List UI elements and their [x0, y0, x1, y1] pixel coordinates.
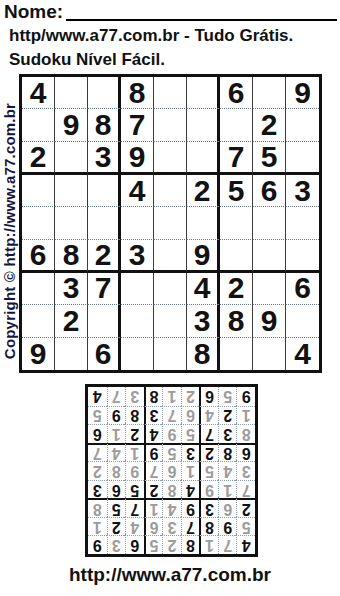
solution-cell-r1c6: 5	[144, 535, 163, 554]
solution-cell-r4c8: 6	[107, 480, 126, 499]
solution-cell-r4c3: 9	[199, 480, 218, 499]
cell-r8c5	[154, 305, 187, 337]
cell-r1c3	[88, 77, 121, 109]
solution-cell-r3c2: 6	[218, 498, 237, 517]
name-label: Nome:	[4, 2, 63, 21]
cell-r3c1: 2	[22, 142, 55, 175]
cell-r7c6: 4	[187, 273, 220, 305]
solution-cell-r9c1: 9	[236, 387, 255, 406]
solution-cell-r6c9: 7	[88, 443, 107, 462]
cell-r9c7	[220, 338, 253, 370]
cell-r1c1: 4	[22, 77, 55, 109]
solution-grid-rotated: 4718256395987364212639417587194825633451…	[85, 384, 258, 557]
solution-cell-r9c3: 6	[199, 387, 218, 406]
cell-r1c4: 8	[121, 77, 154, 109]
solution-cell-r3c4: 9	[181, 498, 200, 517]
cell-r4c2	[55, 175, 88, 207]
cell-r1c7: 6	[220, 77, 253, 109]
name-blank-line	[66, 2, 337, 21]
solution-cell-r9c6: 8	[144, 387, 163, 406]
cell-r1c2	[55, 77, 88, 109]
cell-r4c3	[88, 175, 121, 207]
cell-r9c4	[121, 338, 154, 370]
solution-cell-r1c4: 8	[181, 535, 200, 554]
solution-cell-r7c1: 8	[236, 424, 255, 443]
solution-cell-r8c5: 7	[162, 406, 181, 425]
cell-r4c5	[154, 175, 187, 207]
cell-r4c9: 3	[286, 175, 319, 207]
solution-cell-r4c4: 4	[181, 480, 200, 499]
solution-cell-r7c9: 6	[88, 424, 107, 443]
solution-cell-r4c9: 3	[88, 480, 107, 499]
cell-r2c4: 7	[121, 109, 154, 141]
solution-cell-r2c5: 3	[162, 517, 181, 536]
solution-cell-r5c1: 3	[236, 461, 255, 480]
cell-r6c6: 9	[187, 240, 220, 273]
solution-cell-r9c4: 2	[181, 387, 200, 406]
cell-r8c7: 8	[220, 305, 253, 337]
solution-cell-r3c8: 5	[107, 498, 126, 517]
cell-r7c1	[22, 273, 55, 305]
solution-cell-r9c7: 3	[125, 387, 144, 406]
cell-r7c7: 2	[220, 273, 253, 305]
cell-r1c9: 9	[286, 77, 319, 109]
copyright-vertical-text: Copyright © http://www.a77.com.br	[1, 103, 18, 359]
name-row: Nome:	[4, 2, 337, 21]
cell-r8c3	[88, 305, 121, 337]
cell-r4c1	[22, 175, 55, 207]
solution-cell-r6c3: 2	[199, 443, 218, 462]
cell-r6c2: 8	[55, 240, 88, 273]
solution-cell-r8c7: 8	[125, 406, 144, 425]
solution-cell-r1c5: 2	[162, 535, 181, 554]
solution-cell-r1c3: 1	[199, 535, 218, 554]
solution-cell-r6c2: 8	[218, 443, 237, 462]
cell-r3c7: 7	[220, 142, 253, 175]
cell-r3c8: 5	[253, 142, 286, 175]
cell-r6c7	[220, 240, 253, 273]
solution-cell-r3c7: 7	[125, 498, 144, 517]
cell-r1c8	[253, 77, 286, 109]
site-line: http/www.a77.com.br - Tudo Grátis.	[9, 26, 293, 46]
cell-r3c5	[154, 142, 187, 175]
solution-cell-r5c5: 6	[162, 461, 181, 480]
cell-r3c2	[55, 142, 88, 175]
solution-cell-r8c6: 3	[144, 406, 163, 425]
cell-r2c2: 9	[55, 109, 88, 141]
solution-cell-r9c9: 4	[88, 387, 107, 406]
cell-r3c4: 9	[121, 142, 154, 175]
solution-cell-r7c6: 4	[144, 424, 163, 443]
solution-cell-r4c7: 5	[125, 480, 144, 499]
solution-cell-r8c4: 6	[181, 406, 200, 425]
solution-cell-r7c5: 9	[162, 424, 181, 443]
cell-r8c2: 2	[55, 305, 88, 337]
solution-cell-r1c1: 4	[236, 535, 255, 554]
cell-r7c3: 7	[88, 273, 121, 305]
cell-r8c6: 3	[187, 305, 220, 337]
cell-r6c5	[154, 240, 187, 273]
cell-r9c2	[55, 338, 88, 370]
cell-r5c6	[187, 207, 220, 239]
solution-cell-r2c2: 9	[218, 517, 237, 536]
cell-r4c6: 2	[187, 175, 220, 207]
cell-r6c8	[253, 240, 286, 273]
solution-cell-r2c8: 2	[107, 517, 126, 536]
solution-cell-r6c6: 9	[144, 443, 163, 462]
cell-r2c3: 8	[88, 109, 121, 141]
solution-cell-r8c8: 9	[107, 406, 126, 425]
cell-r5c9	[286, 207, 319, 239]
cell-r5c3	[88, 207, 121, 239]
footer-url: http://www.a77.com.br	[0, 564, 340, 586]
cell-r2c9	[286, 109, 319, 141]
solution-cell-r5c9: 2	[88, 461, 107, 480]
solution-cell-r9c5: 1	[162, 387, 181, 406]
cell-r5c5	[154, 207, 187, 239]
solution-cell-r1c9: 9	[88, 535, 107, 554]
solution-cell-r5c8: 8	[107, 461, 126, 480]
cell-r7c2: 3	[55, 273, 88, 305]
solution-cell-r7c4: 5	[181, 424, 200, 443]
cell-r6c9	[286, 240, 319, 273]
cell-r5c7	[220, 207, 253, 239]
solution-cell-r7c8: 1	[107, 424, 126, 443]
cell-r6c4: 3	[121, 240, 154, 273]
solution-cell-r3c1: 2	[236, 498, 255, 517]
cell-r9c5	[154, 338, 187, 370]
difficulty-title: Sudoku Nível Fácil.	[9, 50, 165, 70]
solution-cell-r6c5: 5	[162, 443, 181, 462]
solution-cell-r3c3: 3	[199, 498, 218, 517]
cell-r3c3: 3	[88, 142, 121, 175]
solution-cell-r4c1: 7	[236, 480, 255, 499]
cell-r5c2	[55, 207, 88, 239]
solution-cell-r5c7: 9	[125, 461, 144, 480]
solution-cell-r1c8: 3	[107, 535, 126, 554]
cell-r5c1	[22, 207, 55, 239]
solution-cell-r6c1: 6	[236, 443, 255, 462]
solution-cell-r8c2: 2	[218, 406, 237, 425]
solution-cell-r8c1: 1	[236, 406, 255, 425]
solution-cell-r1c7: 6	[125, 535, 144, 554]
cell-r6c1: 6	[22, 240, 55, 273]
solution-cell-r3c5: 4	[162, 498, 181, 517]
cell-r2c5	[154, 109, 187, 141]
cell-r8c8: 9	[253, 305, 286, 337]
cell-r1c5	[154, 77, 187, 109]
cell-r7c8	[253, 273, 286, 305]
solution-cell-r8c3: 4	[199, 406, 218, 425]
cell-r7c5	[154, 273, 187, 305]
cell-r6c3: 2	[88, 240, 121, 273]
cell-r2c7	[220, 109, 253, 141]
solution-cell-r1c2: 7	[218, 535, 237, 554]
cell-r2c8: 2	[253, 109, 286, 141]
solution-cell-r6c7: 1	[125, 443, 144, 462]
solution-cell-r8c9: 5	[88, 406, 107, 425]
solution-cell-r2c7: 4	[125, 517, 144, 536]
solution-cell-r4c2: 1	[218, 480, 237, 499]
cell-r8c1	[22, 305, 55, 337]
cell-r4c8: 6	[253, 175, 286, 207]
cell-r9c6: 8	[187, 338, 220, 370]
cell-r8c4	[121, 305, 154, 337]
solution-cell-r6c4: 3	[181, 443, 200, 462]
cell-r9c9: 4	[286, 338, 319, 370]
cell-r8c9	[286, 305, 319, 337]
solution-cell-r4c5: 8	[162, 480, 181, 499]
cell-r7c9: 6	[286, 273, 319, 305]
cell-r9c3: 6	[88, 338, 121, 370]
solution-cell-r7c3: 7	[199, 424, 218, 443]
cell-r5c4	[121, 207, 154, 239]
solution-cell-r4c6: 2	[144, 480, 163, 499]
sudoku-worksheet-page: Nome: http/www.a77.com.br - Tudo Grátis.…	[0, 0, 340, 596]
solution-cell-r7c2: 3	[218, 424, 237, 443]
solution-cell-r2c1: 5	[236, 517, 255, 536]
solution-cell-r2c3: 8	[199, 517, 218, 536]
cell-r3c6	[187, 142, 220, 175]
solution-cell-r6c8: 4	[107, 443, 126, 462]
solution-cell-r2c9: 1	[88, 517, 107, 536]
solution-cell-r2c4: 7	[181, 517, 200, 536]
solution-cell-r5c4: 1	[181, 461, 200, 480]
sudoku-grid: 486998722397542563682393742623899684	[19, 74, 322, 373]
cell-r4c7: 5	[220, 175, 253, 207]
solution-cell-r9c8: 7	[107, 387, 126, 406]
cell-r5c8	[253, 207, 286, 239]
solution-cell-r5c6: 7	[144, 461, 163, 480]
cell-r3c9	[286, 142, 319, 175]
solution-cell-r7c7: 2	[125, 424, 144, 443]
cell-r1c6	[187, 77, 220, 109]
solution-cell-r3c6: 1	[144, 498, 163, 517]
cell-r7c4	[121, 273, 154, 305]
cell-r9c8	[253, 338, 286, 370]
cell-r2c1	[22, 109, 55, 141]
solution-cell-r5c3: 5	[199, 461, 218, 480]
cell-r2c6	[187, 109, 220, 141]
solution-cell-r9c2: 5	[218, 387, 237, 406]
cell-r4c4: 4	[121, 175, 154, 207]
cell-r9c1: 9	[22, 338, 55, 370]
solution-cell-r3c9: 8	[88, 498, 107, 517]
solution-cell-r2c6: 6	[144, 517, 163, 536]
solution-cell-r5c2: 4	[218, 461, 237, 480]
